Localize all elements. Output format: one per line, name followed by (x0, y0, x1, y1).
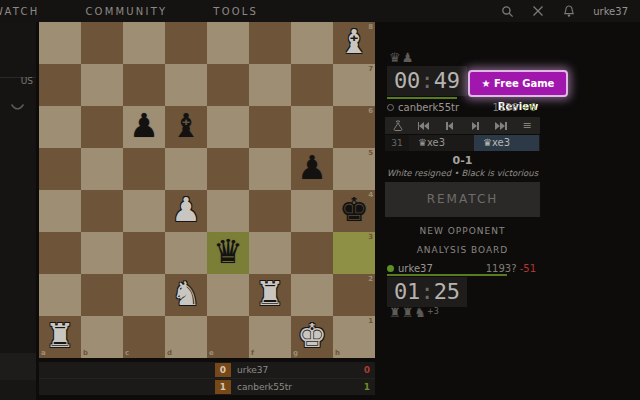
rank-label-4: 4 (368, 191, 373, 199)
rank-label-6: 6 (368, 107, 373, 115)
player-name-link[interactable]: urke37 (398, 263, 433, 274)
square-e3[interactable]: ♛ (207, 232, 249, 274)
clock-top: 00:49 (387, 66, 467, 96)
square-e7[interactable] (207, 64, 249, 106)
piece-white-P-d4[interactable]: ♟ (165, 190, 207, 232)
move-black-current[interactable]: ♛xe3 (474, 135, 539, 151)
analysis-board-button[interactable]: ANALYSIS BOARD (385, 245, 540, 255)
rank-label-1: 1 (368, 317, 373, 325)
material-advantage: +3 (427, 307, 439, 316)
square-c6[interactable]: ♟ (123, 106, 165, 148)
file-label-a: a (41, 349, 46, 357)
square-f4[interactable] (249, 190, 291, 232)
file-label-g: g (293, 349, 298, 357)
square-a2[interactable] (39, 274, 81, 316)
square-g1[interactable]: ♚g (291, 316, 333, 358)
challenge-cross-icon[interactable] (531, 4, 545, 18)
square-c5[interactable] (123, 148, 165, 190)
analysis-flask-icon[interactable] (385, 117, 411, 134)
captured-pieces-top: ♛♟ (389, 50, 414, 65)
square-b6[interactable] (81, 106, 123, 148)
crosstable-game-score[interactable]: 1 (215, 380, 231, 394)
clock-time-bar-bottom (387, 274, 507, 276)
captured-pieces-bottom: ♜♜♞+3 (389, 305, 439, 320)
first-move-icon[interactable] (411, 117, 437, 134)
free-game-review-button[interactable]: ★ Free Game Review (468, 70, 568, 97)
square-b2[interactable] (81, 274, 123, 316)
rematch-button[interactable]: REMATCH (385, 182, 540, 217)
square-h1[interactable]: h1 (333, 316, 375, 358)
square-g8[interactable] (291, 22, 333, 64)
square-h5[interactable]: 5 (333, 148, 375, 190)
phone-hook-icon[interactable] (11, 102, 24, 113)
clock-time-bar-top (387, 97, 457, 99)
square-f8[interactable] (249, 22, 291, 64)
square-d6[interactable]: ♝ (165, 106, 207, 148)
piece-black-P-g5[interactable]: ♟ (291, 148, 333, 190)
piece-white-R-f2[interactable]: ♜ (249, 274, 291, 316)
square-b4[interactable] (81, 190, 123, 232)
notification-bell-icon[interactable] (562, 4, 576, 18)
square-a7[interactable] (39, 64, 81, 106)
user-menu[interactable]: urke37 (593, 6, 628, 17)
square-c7[interactable] (123, 64, 165, 106)
square-e6[interactable] (207, 106, 249, 148)
player-online-dot (387, 265, 394, 272)
file-label-e: e (209, 349, 214, 357)
file-label-b: b (83, 349, 88, 357)
crosstable: 0 urke37 0 1 canberk55tr 1 (39, 362, 375, 395)
square-d5[interactable] (165, 148, 207, 190)
player-row-top: canberk55tr 1138 +6 (387, 101, 538, 114)
rating-delta: -51 (520, 263, 536, 274)
nav-item-tools[interactable]: TOOLS (213, 6, 258, 17)
piece-black-Q-e3[interactable]: ♛ (207, 232, 249, 274)
search-icon[interactable] (500, 4, 514, 18)
rank-label-2: 2 (368, 275, 373, 283)
nav-menu: WATCH COMMUNITY TOOLS (0, 0, 304, 22)
square-d2[interactable]: ♞ (165, 274, 207, 316)
square-b5[interactable] (81, 148, 123, 190)
file-label-h: h (335, 349, 340, 357)
crosstable-row: 0 urke37 0 (39, 362, 375, 378)
move-controls-bar: ≡ (385, 117, 540, 134)
square-h4[interactable]: ♚4 (333, 190, 375, 232)
file-label-d: d (167, 349, 172, 357)
square-b1[interactable]: b (81, 316, 123, 358)
player-rating: 1138 +6 (493, 101, 536, 114)
square-f3[interactable] (249, 232, 291, 274)
top-nav: WATCH COMMUNITY TOOLS urke37 (0, 0, 640, 22)
last-move-icon[interactable] (488, 117, 514, 134)
square-h3[interactable]: 3 (333, 232, 375, 274)
player-status-dot (387, 104, 394, 111)
square-a4[interactable] (39, 190, 81, 232)
rating-delta: +6 (521, 102, 536, 113)
square-g4[interactable] (291, 190, 333, 232)
square-c4[interactable] (123, 190, 165, 232)
game-result: 0-1 (385, 154, 540, 167)
square-f5[interactable] (249, 148, 291, 190)
rank-label-5: 5 (368, 149, 373, 157)
piece-white-N-d2[interactable]: ♞ (165, 274, 207, 316)
square-f7[interactable] (249, 64, 291, 106)
square-e5[interactable] (207, 148, 249, 190)
sidebar-footer (0, 380, 36, 400)
square-c1[interactable]: c (123, 316, 165, 358)
square-e8[interactable] (207, 22, 249, 64)
next-move-icon[interactable] (462, 117, 488, 134)
sidebar-text-fragment: US (21, 76, 33, 86)
chat-row: BYE (0, 353, 36, 380)
square-g5[interactable]: ♟ (291, 148, 333, 190)
nav-item-watch[interactable]: WATCH (0, 6, 39, 17)
file-label-c: c (125, 349, 129, 357)
square-b7[interactable] (81, 64, 123, 106)
square-d1[interactable]: d (165, 316, 207, 358)
new-opponent-button[interactable]: NEW OPPONENT (385, 226, 540, 236)
square-b8[interactable] (81, 22, 123, 64)
rank-label-8: 8 (368, 23, 373, 31)
square-g3[interactable] (291, 232, 333, 274)
left-sidebar-strip: US BYE (0, 22, 36, 400)
square-e4[interactable] (207, 190, 249, 232)
rank-label-7: 7 (368, 65, 373, 73)
menu-icon[interactable]: ≡ (514, 117, 540, 134)
game-status-text: White resigned • Black is victorious (385, 168, 540, 178)
square-d8[interactable] (165, 22, 207, 64)
clock-bottom: 01:25 (387, 277, 467, 307)
square-d4[interactable]: ♟ (165, 190, 207, 232)
chess-board: ♝87♟♝6♟5♟♚4♛3♞♜2♜abcdef♚gh1 (39, 22, 375, 358)
square-g6[interactable] (291, 106, 333, 148)
square-h6[interactable]: 6 (333, 106, 375, 148)
piece-black-B-d6[interactable]: ♝ (165, 106, 207, 148)
move-list-row: 31 ♛xe3 ♛xe3 (385, 135, 540, 151)
square-e1[interactable]: e (207, 316, 249, 358)
square-h7[interactable]: 7 (333, 64, 375, 106)
square-g2[interactable] (291, 274, 333, 316)
crosstable-player-name[interactable]: urke37 (237, 362, 268, 378)
square-b3[interactable] (81, 232, 123, 274)
square-a6[interactable] (39, 106, 81, 148)
crosstable-row: 1 canberk55tr 1 (39, 378, 375, 394)
square-e2[interactable] (207, 274, 249, 316)
crosstable-total-score: 0 (364, 362, 370, 378)
square-c3[interactable] (123, 232, 165, 274)
previous-move-icon[interactable] (437, 117, 463, 134)
nav-right: urke37 (500, 0, 628, 22)
square-g7[interactable] (291, 64, 333, 106)
square-h2[interactable]: 2 (333, 274, 375, 316)
piece-black-P-c6[interactable]: ♟ (123, 106, 165, 148)
square-a1[interactable]: ♜a (39, 316, 81, 358)
move-number: 31 (385, 135, 409, 151)
crosstable-game-score[interactable]: 0 (215, 363, 231, 377)
lichess-game-page: WATCH COMMUNITY TOOLS urke37 US BYE (0, 0, 640, 400)
square-a8[interactable] (39, 22, 81, 64)
square-f6[interactable] (249, 106, 291, 148)
square-f1[interactable]: f (249, 316, 291, 358)
player-name-link[interactable]: canberk55tr (398, 102, 459, 113)
game-side-panel: ♛♟ 00:49 ★ Free Game Review canberk55tr … (385, 22, 540, 400)
crosstable-total-score: 1 (364, 379, 370, 395)
square-c8[interactable] (123, 22, 165, 64)
square-a5[interactable] (39, 148, 81, 190)
square-f2[interactable]: ♜ (249, 274, 291, 316)
square-h8[interactable]: ♝8 (333, 22, 375, 64)
move-white[interactable]: ♛xe3 (409, 135, 474, 151)
nav-item-community[interactable]: COMMUNITY (85, 6, 167, 17)
square-c2[interactable] (123, 274, 165, 316)
file-label-f: f (251, 349, 254, 357)
rank-label-3: 3 (368, 233, 373, 241)
square-a3[interactable] (39, 232, 81, 274)
square-d3[interactable] (165, 232, 207, 274)
square-d7[interactable] (165, 64, 207, 106)
crosstable-player-name[interactable]: canberk55tr (237, 379, 292, 395)
